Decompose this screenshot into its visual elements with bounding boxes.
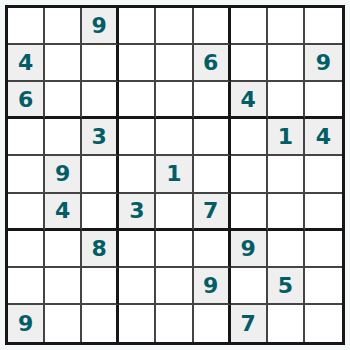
cell-r7c2[interactable] [45,231,82,268]
cell-r8c4[interactable] [119,268,156,305]
cell-r5c4[interactable] [119,156,156,193]
cell-r5c6[interactable] [194,156,231,193]
cell-r4c9[interactable]: 4 [305,119,342,156]
cell-r9c5[interactable] [156,305,193,342]
cell-r6c9[interactable] [305,194,342,231]
cell-r5c3[interactable] [82,156,119,193]
cell-r2c8[interactable] [268,45,305,82]
cell-r6c7[interactable] [231,194,268,231]
cell-r2c5[interactable] [156,45,193,82]
cell-r9c2[interactable] [45,305,82,342]
cell-r7c7[interactable]: 9 [231,231,268,268]
cell-r6c6[interactable]: 7 [194,194,231,231]
cell-r6c5[interactable] [156,194,193,231]
cell-r9c6[interactable] [194,305,231,342]
cell-r1c3[interactable]: 9 [82,8,119,45]
cell-r9c4[interactable] [119,305,156,342]
cell-r7c9[interactable] [305,231,342,268]
cell-r9c8[interactable] [268,305,305,342]
cell-r3c6[interactable] [194,82,231,119]
cell-r8c5[interactable] [156,268,193,305]
cell-r3c7[interactable]: 4 [231,82,268,119]
cell-r3c8[interactable] [268,82,305,119]
cell-r3c3[interactable] [82,82,119,119]
cell-r8c8[interactable]: 5 [268,268,305,305]
cell-r1c1[interactable] [8,8,45,45]
cell-r5c5[interactable]: 1 [156,156,193,193]
cell-r3c4[interactable] [119,82,156,119]
cell-r3c2[interactable] [45,82,82,119]
cell-r2c4[interactable] [119,45,156,82]
cell-r4c8[interactable]: 1 [268,119,305,156]
cell-r9c3[interactable] [82,305,119,342]
cell-r6c4[interactable]: 3 [119,194,156,231]
cell-r3c5[interactable] [156,82,193,119]
cell-r1c6[interactable] [194,8,231,45]
cell-r7c3[interactable]: 8 [82,231,119,268]
cell-r7c6[interactable] [194,231,231,268]
cell-r2c2[interactable] [45,45,82,82]
cell-r2c9[interactable]: 9 [305,45,342,82]
cell-r8c3[interactable] [82,268,119,305]
sudoku-page: 94696431491437899597 [0,0,350,350]
cell-r1c8[interactable] [268,8,305,45]
cell-r2c7[interactable] [231,45,268,82]
cell-r7c1[interactable] [8,231,45,268]
cell-r8c1[interactable] [8,268,45,305]
cell-r7c5[interactable] [156,231,193,268]
cell-r6c1[interactable] [8,194,45,231]
cell-r4c3[interactable]: 3 [82,119,119,156]
cell-r6c8[interactable] [268,194,305,231]
cell-r2c3[interactable] [82,45,119,82]
cell-r4c6[interactable] [194,119,231,156]
cell-r9c9[interactable] [305,305,342,342]
cell-r4c4[interactable] [119,119,156,156]
cell-r7c8[interactable] [268,231,305,268]
sudoku-board: 94696431491437899597 [5,5,345,345]
cell-r5c8[interactable] [268,156,305,193]
cell-r5c9[interactable] [305,156,342,193]
cell-r4c2[interactable] [45,119,82,156]
cell-r5c2[interactable]: 9 [45,156,82,193]
cell-r6c3[interactable] [82,194,119,231]
cell-r9c1[interactable]: 9 [8,305,45,342]
cell-r8c9[interactable] [305,268,342,305]
cell-r3c9[interactable] [305,82,342,119]
cell-r4c7[interactable] [231,119,268,156]
cell-r1c4[interactable] [119,8,156,45]
cell-r2c1[interactable]: 4 [8,45,45,82]
cell-r8c6[interactable]: 9 [194,268,231,305]
cell-r7c4[interactable] [119,231,156,268]
cell-r6c2[interactable]: 4 [45,194,82,231]
cell-r2c6[interactable]: 6 [194,45,231,82]
cell-r8c2[interactable] [45,268,82,305]
cell-r9c7[interactable]: 7 [231,305,268,342]
cell-r3c1[interactable]: 6 [8,82,45,119]
cell-r1c9[interactable] [305,8,342,45]
cell-r5c7[interactable] [231,156,268,193]
cell-r1c7[interactable] [231,8,268,45]
cell-r5c1[interactable] [8,156,45,193]
cell-r1c2[interactable] [45,8,82,45]
cell-r8c7[interactable] [231,268,268,305]
cell-r4c5[interactable] [156,119,193,156]
cell-r1c5[interactable] [156,8,193,45]
cell-r4c1[interactable] [8,119,45,156]
